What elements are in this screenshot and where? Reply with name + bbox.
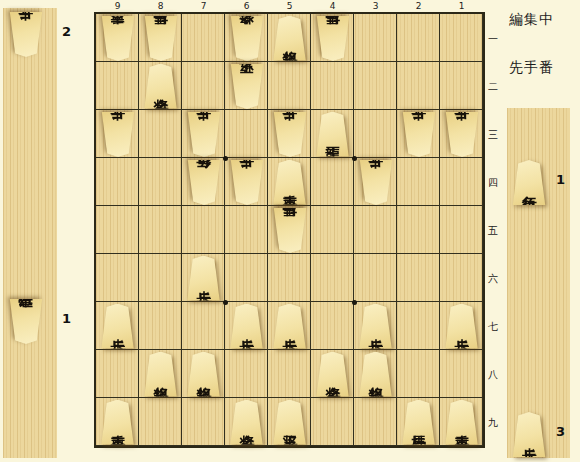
piece-body: 歩兵: [186, 256, 222, 301]
piece-lance-gote[interactable]: 香車: [100, 16, 136, 61]
shogi-editor-window: { "game": "shogi", "app": { "status_line…: [0, 0, 580, 462]
square-6-2[interactable]: 王将: [225, 62, 268, 110]
square-3-1[interactable]: [354, 14, 397, 62]
square-2-1[interactable]: [397, 14, 440, 62]
square-2-7[interactable]: [397, 302, 440, 350]
piece-pawn-sente[interactable]: 歩兵: [186, 256, 222, 301]
piece-body: 桂馬: [272, 208, 308, 253]
piece-silver-sente[interactable]: 銀将: [272, 16, 308, 61]
square-4-5[interactable]: [311, 206, 354, 254]
piece-body: 玉将: [272, 400, 308, 445]
piece-body: 角行: [186, 160, 222, 205]
piece-body: 歩兵: [186, 112, 222, 157]
piece-pawn-sente[interactable]: 歩兵: [100, 304, 136, 349]
piece-body: 銀将: [186, 352, 222, 397]
square-1-9[interactable]: 香車: [440, 398, 483, 446]
gote-hand-stand[interactable]: [3, 8, 57, 458]
col-label-9: 9: [96, 1, 139, 11]
square-6-7[interactable]: 歩兵: [225, 302, 268, 350]
col-label-8: 8: [139, 1, 182, 11]
square-7-4[interactable]: 角行: [182, 158, 225, 206]
square-1-1[interactable]: [440, 14, 483, 62]
row-label-7: 七: [486, 320, 500, 334]
square-5-5[interactable]: 桂馬: [268, 206, 311, 254]
square-9-9[interactable]: 香車: [96, 398, 139, 446]
piece-body: 金将: [143, 64, 179, 109]
hand-piece-rook-gote[interactable]: 飛車: [8, 299, 44, 344]
col-label-2: 2: [397, 1, 440, 11]
square-4-7[interactable]: [311, 302, 354, 350]
square-5-8[interactable]: [268, 350, 311, 398]
piece-body: 歩兵: [444, 304, 480, 349]
square-8-2[interactable]: 金将: [139, 62, 182, 110]
row-label-8: 八: [486, 368, 500, 382]
piece-body: 香車: [272, 160, 308, 205]
piece-silver-sente[interactable]: 銀将: [358, 352, 394, 397]
row-label-5: 五: [486, 224, 500, 238]
piece-lance-sente[interactable]: 香車: [444, 400, 480, 445]
square-8-1[interactable]: 桂馬: [139, 14, 182, 62]
square-4-3[interactable]: 龍王: [311, 110, 354, 158]
piece-body: 桂馬: [401, 400, 437, 445]
square-1-4[interactable]: [440, 158, 483, 206]
piece-gold-sente[interactable]: 金将: [229, 400, 265, 445]
piece-body: 歩兵: [100, 112, 136, 157]
square-8-6[interactable]: [139, 254, 182, 302]
square-2-8[interactable]: [397, 350, 440, 398]
piece-lance-sente[interactable]: 香車: [100, 400, 136, 445]
square-3-5[interactable]: [354, 206, 397, 254]
square-2-3[interactable]: 歩兵: [397, 110, 440, 158]
square-7-7[interactable]: [182, 302, 225, 350]
piece-pawn-gote[interactable]: 歩兵: [272, 112, 308, 157]
col-label-1: 1: [440, 1, 483, 11]
col-label-7: 7: [182, 1, 225, 11]
piece-body: 飛車: [8, 299, 44, 344]
piece-body: 金将: [315, 352, 351, 397]
square-9-1[interactable]: 香車: [96, 14, 139, 62]
piece-lance-sente[interactable]: 香車: [272, 160, 308, 205]
square-7-1[interactable]: [182, 14, 225, 62]
square-1-7[interactable]: 歩兵: [440, 302, 483, 350]
square-9-3[interactable]: 歩兵: [96, 110, 139, 158]
piece-body: 王将: [229, 64, 265, 109]
sente-hand-bishop-count: 1: [556, 172, 565, 187]
piece-king-gote[interactable]: 王将: [229, 64, 265, 109]
square-7-5[interactable]: [182, 206, 225, 254]
status-turn: 先手番: [509, 59, 554, 77]
piece-pawn-sente[interactable]: 歩兵: [229, 304, 265, 349]
square-9-4[interactable]: [96, 158, 139, 206]
piece-body: 桂馬: [315, 16, 351, 61]
square-3-4[interactable]: 歩兵: [354, 158, 397, 206]
square-4-1[interactable]: 桂馬: [311, 14, 354, 62]
piece-body: 銀将: [358, 352, 394, 397]
square-5-2[interactable]: [268, 62, 311, 110]
piece-pawn-sente[interactable]: 歩兵: [272, 304, 308, 349]
square-8-4[interactable]: [139, 158, 182, 206]
row-label-6: 六: [486, 272, 500, 286]
square-1-2[interactable]: [440, 62, 483, 110]
square-4-8[interactable]: 金将: [311, 350, 354, 398]
square-2-5[interactable]: [397, 206, 440, 254]
piece-body: 角行: [511, 160, 547, 205]
square-3-3[interactable]: [354, 110, 397, 158]
square-4-2[interactable]: [311, 62, 354, 110]
piece-body: 金将: [229, 16, 265, 61]
piece-gold-sente[interactable]: 金将: [315, 352, 351, 397]
piece-gold-sente[interactable]: 金将: [143, 64, 179, 109]
square-6-8[interactable]: [225, 350, 268, 398]
square-5-4[interactable]: 香車: [268, 158, 311, 206]
piece-gold-gote[interactable]: 金将: [229, 16, 265, 61]
piece-body: 歩兵: [8, 12, 44, 57]
square-7-3[interactable]: 歩兵: [182, 110, 225, 158]
square-7-6[interactable]: 歩兵: [182, 254, 225, 302]
piece-body: 銀将: [143, 352, 179, 397]
square-2-2[interactable]: [397, 62, 440, 110]
piece-body: 歩兵: [100, 304, 136, 349]
piece-body: 香車: [444, 400, 480, 445]
piece-body: 歩兵: [272, 112, 308, 157]
piece-body: 銀将: [272, 16, 308, 61]
square-6-1[interactable]: 金将: [225, 14, 268, 62]
piece-body: 歩兵: [229, 160, 265, 205]
col-label-6: 6: [225, 1, 268, 11]
square-5-9[interactable]: 玉将: [268, 398, 311, 446]
square-7-8[interactable]: 銀将: [182, 350, 225, 398]
square-1-8[interactable]: [440, 350, 483, 398]
square-8-8[interactable]: 銀将: [139, 350, 182, 398]
piece-body: 桂馬: [143, 16, 179, 61]
star-point: [352, 156, 357, 161]
square-7-9[interactable]: [182, 398, 225, 446]
piece-body: 歩兵: [401, 112, 437, 157]
piece-body: 歩兵: [358, 304, 394, 349]
row-label-2: 二: [486, 80, 500, 94]
piece-silver-sente[interactable]: 銀将: [186, 352, 222, 397]
piece-knight-gote[interactable]: 桂馬: [272, 208, 308, 253]
square-1-3[interactable]: 歩兵: [440, 110, 483, 158]
square-2-4[interactable]: [397, 158, 440, 206]
piece-knight-gote[interactable]: 桂馬: [315, 16, 351, 61]
square-6-9[interactable]: 金将: [225, 398, 268, 446]
star-point: [223, 300, 228, 305]
square-5-1[interactable]: 銀将: [268, 14, 311, 62]
hand-piece-bishop-sente[interactable]: 角行: [511, 160, 547, 205]
square-6-6[interactable]: [225, 254, 268, 302]
square-5-6[interactable]: [268, 254, 311, 302]
piece-body: 歩兵: [444, 112, 480, 157]
piece-pawn-gote[interactable]: 歩兵: [186, 112, 222, 157]
piece-pawn-sente[interactable]: 歩兵: [444, 304, 480, 349]
square-2-9[interactable]: 桂馬: [397, 398, 440, 446]
row-label-4: 四: [486, 176, 500, 190]
piece-body: 香車: [100, 400, 136, 445]
piece-body: 金将: [229, 400, 265, 445]
piece-pawn-sente[interactable]: 歩兵: [358, 304, 394, 349]
square-4-9[interactable]: [311, 398, 354, 446]
piece-pawn-gote[interactable]: 歩兵: [444, 112, 480, 157]
square-4-4[interactable]: [311, 158, 354, 206]
piece-knight-gote[interactable]: 桂馬: [143, 16, 179, 61]
col-label-4: 4: [311, 1, 354, 11]
status-editing: 編集中: [509, 11, 554, 29]
piece-body: 龍王: [315, 112, 351, 157]
col-label-5: 5: [268, 1, 311, 11]
square-5-3[interactable]: 歩兵: [268, 110, 311, 158]
square-8-7[interactable]: [139, 302, 182, 350]
star-point: [223, 156, 228, 161]
piece-body: 香車: [100, 16, 136, 61]
square-9-8[interactable]: [96, 350, 139, 398]
piece-pawn-gote[interactable]: 歩兵: [229, 160, 265, 205]
square-3-7[interactable]: 歩兵: [354, 302, 397, 350]
square-9-2[interactable]: [96, 62, 139, 110]
piece-pawn-gote[interactable]: 歩兵: [401, 112, 437, 157]
square-8-5[interactable]: [139, 206, 182, 254]
square-2-6[interactable]: [397, 254, 440, 302]
row-label-1: 一: [486, 32, 500, 46]
sente-hand-pawn-count: 3: [556, 424, 565, 439]
square-8-3[interactable]: [139, 110, 182, 158]
gote-hand-pawn-count: 2: [62, 24, 71, 39]
square-3-9[interactable]: [354, 398, 397, 446]
piece-body: 歩兵: [272, 304, 308, 349]
piece-knight-sente[interactable]: 桂馬: [401, 400, 437, 445]
square-8-9[interactable]: [139, 398, 182, 446]
piece-king-sente[interactable]: 玉将: [272, 400, 308, 445]
square-1-5[interactable]: [440, 206, 483, 254]
square-4-6[interactable]: [311, 254, 354, 302]
hand-piece-pawn-gote[interactable]: 歩兵: [8, 12, 44, 57]
piece-body: 歩兵: [229, 304, 265, 349]
square-3-2[interactable]: [354, 62, 397, 110]
square-9-5[interactable]: [96, 206, 139, 254]
gote-hand-rook-count: 1: [62, 311, 71, 326]
square-9-6[interactable]: [96, 254, 139, 302]
square-6-4[interactable]: 歩兵: [225, 158, 268, 206]
piece-bishop-gote[interactable]: 角行: [186, 160, 222, 205]
square-6-3[interactable]: [225, 110, 268, 158]
square-7-2[interactable]: [182, 62, 225, 110]
square-3-8[interactable]: 銀将: [354, 350, 397, 398]
star-point: [352, 300, 357, 305]
square-3-6[interactable]: [354, 254, 397, 302]
square-6-5[interactable]: [225, 206, 268, 254]
row-label-9: 九: [486, 416, 500, 430]
square-5-7[interactable]: 歩兵: [268, 302, 311, 350]
col-label-3: 3: [354, 1, 397, 11]
piece-body: 歩兵: [511, 412, 547, 457]
piece-dragon-sente[interactable]: 龍王: [315, 112, 351, 157]
piece-body: 歩兵: [358, 160, 394, 205]
hand-piece-pawn-sente[interactable]: 歩兵: [511, 412, 547, 457]
piece-pawn-gote[interactable]: 歩兵: [100, 112, 136, 157]
square-9-7[interactable]: 歩兵: [96, 302, 139, 350]
row-label-3: 三: [486, 128, 500, 142]
piece-pawn-gote[interactable]: 歩兵: [358, 160, 394, 205]
piece-silver-sente[interactable]: 銀将: [143, 352, 179, 397]
shogi-board[interactable]: 香車桂馬金将銀将桂馬金将王将歩兵歩兵歩兵龍王歩兵歩兵角行歩兵香車歩兵桂馬歩兵歩兵…: [94, 12, 485, 448]
square-1-6[interactable]: [440, 254, 483, 302]
